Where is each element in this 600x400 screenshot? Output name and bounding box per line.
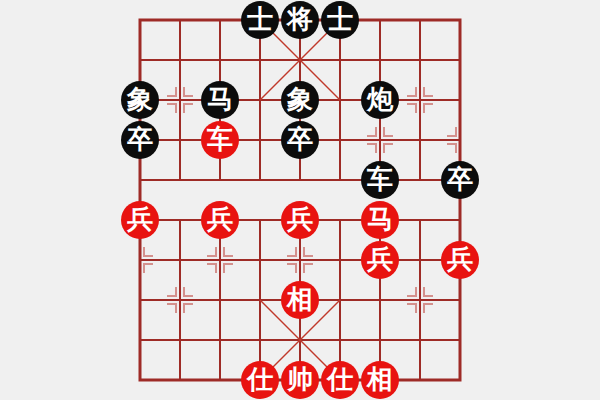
piece-black-general[interactable]: 将: [281, 1, 319, 39]
piece-red-pawn[interactable]: 兵: [441, 241, 479, 279]
xiangqi-board[interactable]: 士将士象马象炮卒车卒车卒兵兵兵马兵兵相仕帅仕相: [120, 0, 480, 400]
piece-black-horse[interactable]: 马: [201, 81, 239, 119]
piece-black-cannon[interactable]: 炮: [361, 81, 399, 119]
piece-red-pawn[interactable]: 兵: [121, 201, 159, 239]
piece-black-advisor[interactable]: 士: [241, 1, 279, 39]
piece-black-advisor[interactable]: 士: [321, 1, 359, 39]
piece-red-chariot[interactable]: 车: [201, 121, 239, 159]
piece-red-elephant[interactable]: 相: [281, 281, 319, 319]
piece-red-general[interactable]: 帅: [281, 361, 319, 399]
piece-red-advisor[interactable]: 仕: [321, 361, 359, 399]
piece-red-horse[interactable]: 马: [361, 201, 399, 239]
piece-red-pawn[interactable]: 兵: [361, 241, 399, 279]
piece-black-pawn[interactable]: 卒: [281, 121, 319, 159]
piece-black-pawn[interactable]: 卒: [121, 121, 159, 159]
piece-black-elephant[interactable]: 象: [281, 81, 319, 119]
piece-black-chariot[interactable]: 车: [361, 161, 399, 199]
piece-red-pawn[interactable]: 兵: [281, 201, 319, 239]
piece-red-pawn[interactable]: 兵: [201, 201, 239, 239]
piece-black-elephant[interactable]: 象: [121, 81, 159, 119]
piece-red-advisor[interactable]: 仕: [241, 361, 279, 399]
piece-red-elephant[interactable]: 相: [361, 361, 399, 399]
piece-black-pawn[interactable]: 卒: [441, 161, 479, 199]
